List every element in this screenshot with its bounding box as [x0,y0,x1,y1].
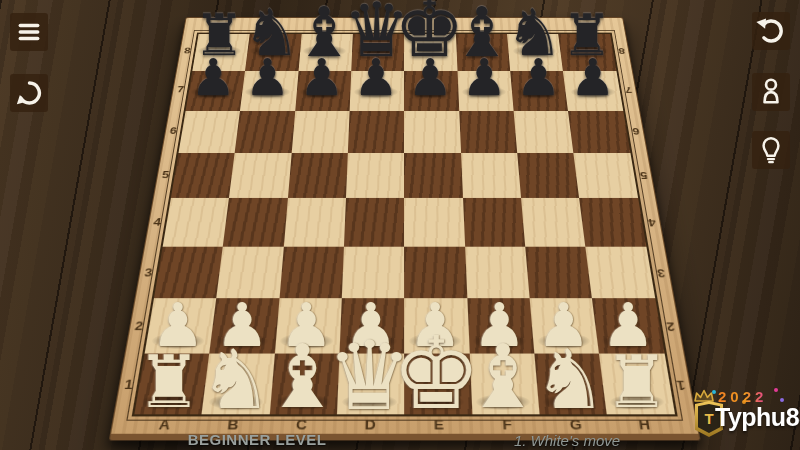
piece-white-knight-b1[interactable]: ♞ [199,339,272,421]
rank-label-6-right: 6 [627,125,643,137]
rank-label-2-right: 2 [660,319,679,334]
square-d4[interactable] [344,198,404,246]
square-a5[interactable] [171,153,235,198]
piece-black-pawn-h7[interactable]: ♟ [570,53,615,104]
piece-white-knight-g1[interactable]: ♞ [533,339,606,421]
square-h5[interactable] [573,153,637,198]
lightbulb-icon [752,131,790,169]
undo-arrow-icon [752,12,790,50]
rank-label-3-right: 3 [651,266,669,280]
menu-button[interactable] [10,13,48,51]
square-a6[interactable] [178,111,240,153]
undo-move-button[interactable] [752,12,790,50]
rank-label-4-left: 4 [148,216,166,229]
square-h6[interactable] [568,111,630,153]
player-mode-button[interactable] [752,73,790,111]
rank-label-5-left: 5 [157,169,174,181]
square-d5[interactable] [346,153,404,198]
square-h4[interactable] [579,198,646,246]
rank-label-7-right: 7 [620,84,636,95]
piece-black-pawn-d7[interactable]: ♟ [353,53,398,104]
piece-black-pawn-a7[interactable]: ♟ [191,53,236,104]
square-g6[interactable] [513,111,573,153]
watermark-logo: 2022 T Typhu88 [688,388,800,450]
piece-white-rook-a1[interactable]: ♜ [137,346,202,419]
square-f4[interactable] [462,198,524,246]
rank-label-2-left: 2 [129,319,148,334]
rotate-board-button[interactable] [10,74,48,112]
square-e5[interactable] [404,153,462,198]
piece-white-bishop-f1[interactable]: ♝ [464,334,542,421]
piece-black-pawn-c7[interactable]: ♟ [299,53,344,104]
rank-label-3-left: 3 [139,266,157,280]
piece-black-pawn-b7[interactable]: ♟ [245,53,290,104]
square-a4[interactable] [162,198,228,246]
difficulty-level-label: BEGINNER LEVEL [188,431,327,448]
piece-black-pawn-e7[interactable]: ♟ [407,53,452,104]
chess-app-screen: { "game": "chess", "position": { "fen": … [0,0,800,450]
square-f6[interactable] [459,111,517,153]
pawn-player-icon [752,73,790,111]
square-d6[interactable] [348,111,404,153]
square-b5[interactable] [229,153,291,198]
rank-label-7-left: 7 [172,84,188,95]
rank-label-8-right: 8 [613,46,628,56]
rank-label-4-right: 4 [642,216,660,229]
square-c6[interactable] [291,111,349,153]
square-c5[interactable] [287,153,347,198]
watermark-brand: Typhu88 [715,403,800,432]
rank-label-6-left: 6 [165,125,181,137]
square-e4[interactable] [404,198,464,246]
square-g4[interactable] [521,198,586,246]
square-f5[interactable] [460,153,520,198]
move-indicator-label: 1. White's move [514,432,620,449]
square-c4[interactable] [283,198,345,246]
square-g5[interactable] [517,153,579,198]
rotate-arrow-icon [10,74,48,112]
hint-button[interactable] [752,131,790,169]
piece-white-rook-h1[interactable]: ♜ [604,346,669,419]
square-b6[interactable] [235,111,295,153]
rank-label-1-left: 1 [118,377,138,394]
hamburger-menu-icon [10,13,48,51]
square-b4[interactable] [223,198,287,246]
square-e6[interactable] [404,111,460,153]
piece-black-pawn-g7[interactable]: ♟ [516,53,561,104]
rank-label-5-right: 5 [634,169,651,181]
piece-black-pawn-f7[interactable]: ♟ [462,53,507,104]
